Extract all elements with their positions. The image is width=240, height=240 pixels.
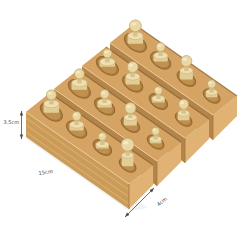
length-dimension: 15cm (38, 168, 53, 176)
cylinder-blocks-scene: 3.5cm 15cm 4cm (0, 0, 240, 240)
dimension-arrowhead (20, 111, 23, 116)
wooden-block-set (26, 20, 237, 211)
width-label: 4cm (155, 196, 167, 208)
height-dimension: 3.5cm (4, 111, 24, 139)
length-label: 15cm (38, 168, 53, 176)
height-label: 3.5cm (4, 119, 20, 125)
product-photo: 3.5cm 15cm 4cm (0, 0, 240, 240)
dimension-arrowhead (20, 135, 23, 140)
